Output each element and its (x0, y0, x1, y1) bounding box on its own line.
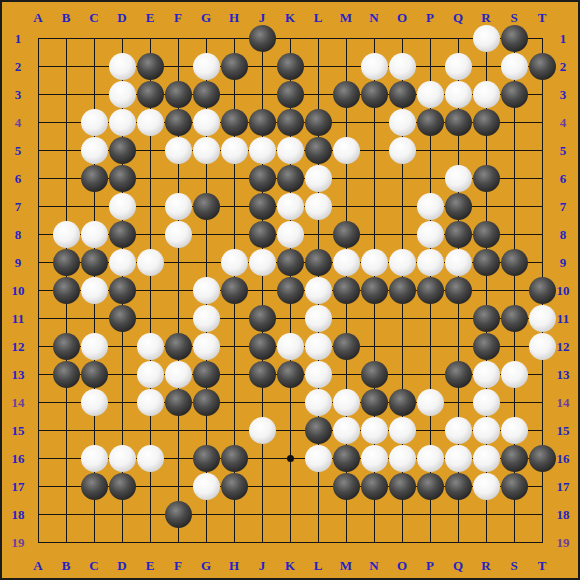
intersection-H17[interactable] (220, 472, 248, 500)
intersection-J18[interactable] (248, 500, 276, 528)
intersection-N6[interactable] (360, 164, 388, 192)
intersection-J19[interactable] (248, 528, 276, 556)
intersection-T4[interactable] (528, 108, 556, 136)
intersection-B12[interactable] (52, 332, 80, 360)
intersection-Q2[interactable] (444, 52, 472, 80)
intersection-M11[interactable] (332, 304, 360, 332)
intersection-C7[interactable] (80, 192, 108, 220)
intersection-R11[interactable] (472, 304, 500, 332)
intersection-O10[interactable] (388, 276, 416, 304)
intersection-Q12[interactable] (444, 332, 472, 360)
intersection-B18[interactable] (52, 500, 80, 528)
intersection-A8[interactable] (24, 220, 52, 248)
intersection-R4[interactable] (472, 108, 500, 136)
intersection-D5[interactable] (108, 136, 136, 164)
intersection-G10[interactable] (192, 276, 220, 304)
intersection-C3[interactable] (80, 80, 108, 108)
intersection-J6[interactable] (248, 164, 276, 192)
intersection-K1[interactable] (276, 24, 304, 52)
intersection-B2[interactable] (52, 52, 80, 80)
intersection-P3[interactable] (416, 80, 444, 108)
intersection-F15[interactable] (164, 416, 192, 444)
intersection-H16[interactable] (220, 444, 248, 472)
intersection-N16[interactable] (360, 444, 388, 472)
intersection-T5[interactable] (528, 136, 556, 164)
intersection-G18[interactable] (192, 500, 220, 528)
intersection-E14[interactable] (136, 388, 164, 416)
intersection-S3[interactable] (500, 80, 528, 108)
intersection-J11[interactable] (248, 304, 276, 332)
intersection-G2[interactable] (192, 52, 220, 80)
intersection-Q1[interactable] (444, 24, 472, 52)
intersection-T3[interactable] (528, 80, 556, 108)
intersection-S7[interactable] (500, 192, 528, 220)
intersection-M6[interactable] (332, 164, 360, 192)
intersection-N11[interactable] (360, 304, 388, 332)
intersection-M5[interactable] (332, 136, 360, 164)
intersection-C1[interactable] (80, 24, 108, 52)
intersection-O15[interactable] (388, 416, 416, 444)
intersection-S16[interactable] (500, 444, 528, 472)
intersection-M2[interactable] (332, 52, 360, 80)
intersection-O12[interactable] (388, 332, 416, 360)
intersection-M17[interactable] (332, 472, 360, 500)
intersection-G19[interactable] (192, 528, 220, 556)
intersection-M7[interactable] (332, 192, 360, 220)
intersection-B1[interactable] (52, 24, 80, 52)
intersection-A1[interactable] (24, 24, 52, 52)
intersection-D1[interactable] (108, 24, 136, 52)
intersection-L8[interactable] (304, 220, 332, 248)
intersection-L14[interactable] (304, 388, 332, 416)
intersection-H18[interactable] (220, 500, 248, 528)
intersection-L5[interactable] (304, 136, 332, 164)
intersection-E11[interactable] (136, 304, 164, 332)
intersection-E15[interactable] (136, 416, 164, 444)
intersection-A16[interactable] (24, 444, 52, 472)
intersection-T2[interactable] (528, 52, 556, 80)
intersection-K16[interactable] (276, 444, 304, 472)
intersection-T9[interactable] (528, 248, 556, 276)
intersection-L13[interactable] (304, 360, 332, 388)
intersection-T7[interactable] (528, 192, 556, 220)
intersection-R7[interactable] (472, 192, 500, 220)
intersection-K10[interactable] (276, 276, 304, 304)
intersection-F12[interactable] (164, 332, 192, 360)
intersection-N3[interactable] (360, 80, 388, 108)
intersection-R16[interactable] (472, 444, 500, 472)
intersection-M8[interactable] (332, 220, 360, 248)
intersection-F8[interactable] (164, 220, 192, 248)
intersection-Q10[interactable] (444, 276, 472, 304)
intersection-C9[interactable] (80, 248, 108, 276)
intersection-L2[interactable] (304, 52, 332, 80)
intersection-S14[interactable] (500, 388, 528, 416)
intersection-M15[interactable] (332, 416, 360, 444)
intersection-S10[interactable] (500, 276, 528, 304)
intersection-T15[interactable] (528, 416, 556, 444)
intersection-E18[interactable] (136, 500, 164, 528)
intersection-M13[interactable] (332, 360, 360, 388)
intersection-K11[interactable] (276, 304, 304, 332)
intersection-D11[interactable] (108, 304, 136, 332)
intersection-O11[interactable] (388, 304, 416, 332)
intersection-B11[interactable] (52, 304, 80, 332)
intersection-Q7[interactable] (444, 192, 472, 220)
intersection-D6[interactable] (108, 164, 136, 192)
intersection-F13[interactable] (164, 360, 192, 388)
intersection-N14[interactable] (360, 388, 388, 416)
intersection-M3[interactable] (332, 80, 360, 108)
intersection-O16[interactable] (388, 444, 416, 472)
intersection-O3[interactable] (388, 80, 416, 108)
intersection-R18[interactable] (472, 500, 500, 528)
intersection-G15[interactable] (192, 416, 220, 444)
intersection-K18[interactable] (276, 500, 304, 528)
intersection-C15[interactable] (80, 416, 108, 444)
intersection-C14[interactable] (80, 388, 108, 416)
intersection-B8[interactable] (52, 220, 80, 248)
intersection-Q14[interactable] (444, 388, 472, 416)
intersection-O6[interactable] (388, 164, 416, 192)
intersection-P19[interactable] (416, 528, 444, 556)
intersection-A10[interactable] (24, 276, 52, 304)
intersection-K19[interactable] (276, 528, 304, 556)
intersection-T18[interactable] (528, 500, 556, 528)
intersection-J15[interactable] (248, 416, 276, 444)
intersection-E3[interactable] (136, 80, 164, 108)
intersection-F16[interactable] (164, 444, 192, 472)
intersection-L4[interactable] (304, 108, 332, 136)
intersection-B14[interactable] (52, 388, 80, 416)
intersection-T13[interactable] (528, 360, 556, 388)
intersection-O4[interactable] (388, 108, 416, 136)
intersection-L1[interactable] (304, 24, 332, 52)
intersection-P12[interactable] (416, 332, 444, 360)
intersection-Q6[interactable] (444, 164, 472, 192)
intersection-C11[interactable] (80, 304, 108, 332)
intersection-P16[interactable] (416, 444, 444, 472)
intersection-J8[interactable] (248, 220, 276, 248)
intersection-F18[interactable] (164, 500, 192, 528)
intersection-M1[interactable] (332, 24, 360, 52)
intersection-P13[interactable] (416, 360, 444, 388)
intersection-D3[interactable] (108, 80, 136, 108)
intersection-H10[interactable] (220, 276, 248, 304)
intersection-S5[interactable] (500, 136, 528, 164)
intersection-B13[interactable] (52, 360, 80, 388)
intersection-K5[interactable] (276, 136, 304, 164)
intersection-K17[interactable] (276, 472, 304, 500)
intersection-F2[interactable] (164, 52, 192, 80)
intersection-D14[interactable] (108, 388, 136, 416)
intersection-F6[interactable] (164, 164, 192, 192)
intersection-M14[interactable] (332, 388, 360, 416)
intersection-C5[interactable] (80, 136, 108, 164)
intersection-E13[interactable] (136, 360, 164, 388)
intersection-S15[interactable] (500, 416, 528, 444)
intersection-J1[interactable] (248, 24, 276, 52)
intersection-G16[interactable] (192, 444, 220, 472)
intersection-T8[interactable] (528, 220, 556, 248)
intersection-P10[interactable] (416, 276, 444, 304)
intersection-R13[interactable] (472, 360, 500, 388)
intersection-R14[interactable] (472, 388, 500, 416)
intersection-G4[interactable] (192, 108, 220, 136)
intersection-S6[interactable] (500, 164, 528, 192)
intersection-P15[interactable] (416, 416, 444, 444)
intersection-G5[interactable] (192, 136, 220, 164)
intersection-G17[interactable] (192, 472, 220, 500)
intersection-K13[interactable] (276, 360, 304, 388)
intersection-C2[interactable] (80, 52, 108, 80)
intersection-P1[interactable] (416, 24, 444, 52)
intersection-T16[interactable] (528, 444, 556, 472)
intersection-F14[interactable] (164, 388, 192, 416)
intersection-N5[interactable] (360, 136, 388, 164)
intersection-C4[interactable] (80, 108, 108, 136)
intersection-B3[interactable] (52, 80, 80, 108)
intersection-K15[interactable] (276, 416, 304, 444)
intersection-P4[interactable] (416, 108, 444, 136)
intersection-H6[interactable] (220, 164, 248, 192)
intersection-H12[interactable] (220, 332, 248, 360)
intersection-D17[interactable] (108, 472, 136, 500)
intersection-T19[interactable] (528, 528, 556, 556)
intersection-D19[interactable] (108, 528, 136, 556)
intersection-T1[interactable] (528, 24, 556, 52)
intersection-N17[interactable] (360, 472, 388, 500)
intersection-P7[interactable] (416, 192, 444, 220)
intersection-F11[interactable] (164, 304, 192, 332)
intersection-E8[interactable] (136, 220, 164, 248)
intersection-T17[interactable] (528, 472, 556, 500)
intersection-Q5[interactable] (444, 136, 472, 164)
intersection-K2[interactable] (276, 52, 304, 80)
intersection-B10[interactable] (52, 276, 80, 304)
intersection-L11[interactable] (304, 304, 332, 332)
intersection-K14[interactable] (276, 388, 304, 416)
intersection-B16[interactable] (52, 444, 80, 472)
intersection-N8[interactable] (360, 220, 388, 248)
intersection-J12[interactable] (248, 332, 276, 360)
intersection-K7[interactable] (276, 192, 304, 220)
intersection-S19[interactable] (500, 528, 528, 556)
intersection-D7[interactable] (108, 192, 136, 220)
intersection-T14[interactable] (528, 388, 556, 416)
intersection-M12[interactable] (332, 332, 360, 360)
intersection-P5[interactable] (416, 136, 444, 164)
intersection-P8[interactable] (416, 220, 444, 248)
intersection-S18[interactable] (500, 500, 528, 528)
intersection-H3[interactable] (220, 80, 248, 108)
intersection-C18[interactable] (80, 500, 108, 528)
intersection-A2[interactable] (24, 52, 52, 80)
intersection-D12[interactable] (108, 332, 136, 360)
intersection-C12[interactable] (80, 332, 108, 360)
intersection-A19[interactable] (24, 528, 52, 556)
intersection-N15[interactable] (360, 416, 388, 444)
intersection-H2[interactable] (220, 52, 248, 80)
intersection-A6[interactable] (24, 164, 52, 192)
intersection-O9[interactable] (388, 248, 416, 276)
intersection-O5[interactable] (388, 136, 416, 164)
intersection-J9[interactable] (248, 248, 276, 276)
intersection-K4[interactable] (276, 108, 304, 136)
intersection-P11[interactable] (416, 304, 444, 332)
intersection-K3[interactable] (276, 80, 304, 108)
intersection-T6[interactable] (528, 164, 556, 192)
intersection-L3[interactable] (304, 80, 332, 108)
intersection-R2[interactable] (472, 52, 500, 80)
intersection-P18[interactable] (416, 500, 444, 528)
intersection-J13[interactable] (248, 360, 276, 388)
intersection-S1[interactable] (500, 24, 528, 52)
intersection-G14[interactable] (192, 388, 220, 416)
intersection-K8[interactable] (276, 220, 304, 248)
intersection-H11[interactable] (220, 304, 248, 332)
intersection-N18[interactable] (360, 500, 388, 528)
intersection-G6[interactable] (192, 164, 220, 192)
intersection-M10[interactable] (332, 276, 360, 304)
intersection-C8[interactable] (80, 220, 108, 248)
intersection-Q3[interactable] (444, 80, 472, 108)
intersection-S2[interactable] (500, 52, 528, 80)
intersection-A7[interactable] (24, 192, 52, 220)
intersection-C19[interactable] (80, 528, 108, 556)
intersection-B7[interactable] (52, 192, 80, 220)
intersection-E1[interactable] (136, 24, 164, 52)
intersection-G1[interactable] (192, 24, 220, 52)
intersection-Q19[interactable] (444, 528, 472, 556)
intersection-S9[interactable] (500, 248, 528, 276)
intersection-R19[interactable] (472, 528, 500, 556)
intersection-Q16[interactable] (444, 444, 472, 472)
intersection-J4[interactable] (248, 108, 276, 136)
intersection-O19[interactable] (388, 528, 416, 556)
intersection-P14[interactable] (416, 388, 444, 416)
intersection-F1[interactable] (164, 24, 192, 52)
intersection-G11[interactable] (192, 304, 220, 332)
intersection-A15[interactable] (24, 416, 52, 444)
intersection-N19[interactable] (360, 528, 388, 556)
intersection-Q8[interactable] (444, 220, 472, 248)
intersection-L7[interactable] (304, 192, 332, 220)
intersection-H15[interactable] (220, 416, 248, 444)
intersection-G13[interactable] (192, 360, 220, 388)
intersection-E4[interactable] (136, 108, 164, 136)
intersection-N4[interactable] (360, 108, 388, 136)
intersection-C16[interactable] (80, 444, 108, 472)
intersection-J2[interactable] (248, 52, 276, 80)
intersection-Q15[interactable] (444, 416, 472, 444)
intersection-Q4[interactable] (444, 108, 472, 136)
intersection-O13[interactable] (388, 360, 416, 388)
intersection-E7[interactable] (136, 192, 164, 220)
intersection-B5[interactable] (52, 136, 80, 164)
intersection-K9[interactable] (276, 248, 304, 276)
intersection-S12[interactable] (500, 332, 528, 360)
intersection-N13[interactable] (360, 360, 388, 388)
intersection-R17[interactable] (472, 472, 500, 500)
intersection-K12[interactable] (276, 332, 304, 360)
intersection-A18[interactable] (24, 500, 52, 528)
intersection-H4[interactable] (220, 108, 248, 136)
intersection-R10[interactable] (472, 276, 500, 304)
intersection-E9[interactable] (136, 248, 164, 276)
intersection-D9[interactable] (108, 248, 136, 276)
intersection-B9[interactable] (52, 248, 80, 276)
intersection-N2[interactable] (360, 52, 388, 80)
intersection-Q18[interactable] (444, 500, 472, 528)
intersection-R9[interactable] (472, 248, 500, 276)
intersection-F5[interactable] (164, 136, 192, 164)
intersection-L12[interactable] (304, 332, 332, 360)
intersection-N7[interactable] (360, 192, 388, 220)
intersection-H9[interactable] (220, 248, 248, 276)
intersection-H19[interactable] (220, 528, 248, 556)
intersection-S13[interactable] (500, 360, 528, 388)
intersection-D16[interactable] (108, 444, 136, 472)
intersection-N9[interactable] (360, 248, 388, 276)
intersection-A17[interactable] (24, 472, 52, 500)
intersection-H13[interactable] (220, 360, 248, 388)
intersection-A4[interactable] (24, 108, 52, 136)
intersection-S17[interactable] (500, 472, 528, 500)
intersection-L15[interactable] (304, 416, 332, 444)
intersection-O8[interactable] (388, 220, 416, 248)
intersection-P2[interactable] (416, 52, 444, 80)
intersection-R8[interactable] (472, 220, 500, 248)
intersection-C17[interactable] (80, 472, 108, 500)
intersection-P17[interactable] (416, 472, 444, 500)
intersection-H1[interactable] (220, 24, 248, 52)
intersection-D13[interactable] (108, 360, 136, 388)
intersection-H8[interactable] (220, 220, 248, 248)
intersection-Q11[interactable] (444, 304, 472, 332)
intersection-Q13[interactable] (444, 360, 472, 388)
intersection-J17[interactable] (248, 472, 276, 500)
intersection-E10[interactable] (136, 276, 164, 304)
intersection-F19[interactable] (164, 528, 192, 556)
intersection-A12[interactable] (24, 332, 52, 360)
intersection-J16[interactable] (248, 444, 276, 472)
intersection-R1[interactable] (472, 24, 500, 52)
intersection-J10[interactable] (248, 276, 276, 304)
intersection-A5[interactable] (24, 136, 52, 164)
intersection-F4[interactable] (164, 108, 192, 136)
intersection-B15[interactable] (52, 416, 80, 444)
intersection-D2[interactable] (108, 52, 136, 80)
intersection-C10[interactable] (80, 276, 108, 304)
intersection-M18[interactable] (332, 500, 360, 528)
intersection-N12[interactable] (360, 332, 388, 360)
intersection-O7[interactable] (388, 192, 416, 220)
intersection-D8[interactable] (108, 220, 136, 248)
intersection-O1[interactable] (388, 24, 416, 52)
intersection-S8[interactable] (500, 220, 528, 248)
intersection-D10[interactable] (108, 276, 136, 304)
intersection-A14[interactable] (24, 388, 52, 416)
intersection-L16[interactable] (304, 444, 332, 472)
intersection-H5[interactable] (220, 136, 248, 164)
intersection-M4[interactable] (332, 108, 360, 136)
intersection-T10[interactable] (528, 276, 556, 304)
intersection-J3[interactable] (248, 80, 276, 108)
intersection-G12[interactable] (192, 332, 220, 360)
intersection-O2[interactable] (388, 52, 416, 80)
intersection-J7[interactable] (248, 192, 276, 220)
